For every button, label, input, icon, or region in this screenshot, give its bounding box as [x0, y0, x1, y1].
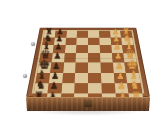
square-f5	[75, 73, 88, 83]
square-c6	[64, 45, 76, 53]
white-pawn: ♟	[114, 43, 121, 51]
black-pawn: ♟	[53, 62, 61, 71]
square-g3	[101, 83, 115, 93]
square-g4	[88, 83, 102, 93]
black-pawn: ♟	[51, 71, 59, 80]
black-pawn: ♟	[54, 52, 62, 60]
square-e3	[100, 62, 113, 73]
box-front-edge	[26, 97, 150, 111]
square-c4	[88, 45, 100, 53]
black-pawn: ♟	[50, 81, 58, 90]
square-a3	[99, 31, 110, 38]
chess-board: ♜♟♟♜♞♟♟♞♝♟♟♝♛♟♟♛♚♟♟♚♝♟♟♝♞♟♟♞♜♟♟♜	[26, 28, 150, 97]
square-c3	[99, 45, 111, 53]
black-pawn: ♟	[55, 43, 62, 51]
square-e4	[88, 62, 101, 73]
board-grid: ♜♟♟♜♞♟♟♞♝♟♟♝♛♟♟♛♚♟♟♚♝♟♟♝♞♟♟♞♜♟♟♜	[34, 31, 142, 92]
square-b6	[65, 37, 77, 44]
white-pawn: ♟	[117, 81, 125, 90]
square-g6	[61, 83, 75, 93]
hinge-pin-upper	[31, 42, 35, 46]
square-a4	[88, 31, 99, 38]
hinge-pin-lower	[23, 74, 27, 78]
square-e6	[63, 62, 76, 73]
white-pawn: ♟	[116, 62, 124, 71]
square-f6	[62, 73, 76, 83]
square-f3	[101, 73, 115, 83]
square-c5	[76, 45, 88, 53]
product-photo[interactable]: ♜♟♟♜♞♟♟♞♝♟♟♝♛♟♟♛♚♟♟♚♝♟♟♝♞♟♟♞♜♟♟♜	[0, 0, 168, 140]
square-a6	[66, 31, 77, 38]
square-f4	[88, 73, 101, 83]
square-e5	[75, 62, 88, 73]
square-b4	[88, 37, 99, 44]
white-pawn: ♟	[115, 52, 123, 60]
square-a5	[77, 31, 88, 38]
square-b5	[77, 37, 88, 44]
square-g5	[74, 83, 88, 93]
white-pawn: ♟	[116, 71, 124, 80]
board-inlay-border: ♜♟♟♜♞♟♟♞♝♟♟♝♛♟♟♛♚♟♟♚♝♟♟♝♞♟♟♞♜♟♟♜	[32, 30, 145, 94]
square-b3	[99, 37, 111, 44]
latch-clasp	[84, 100, 92, 107]
